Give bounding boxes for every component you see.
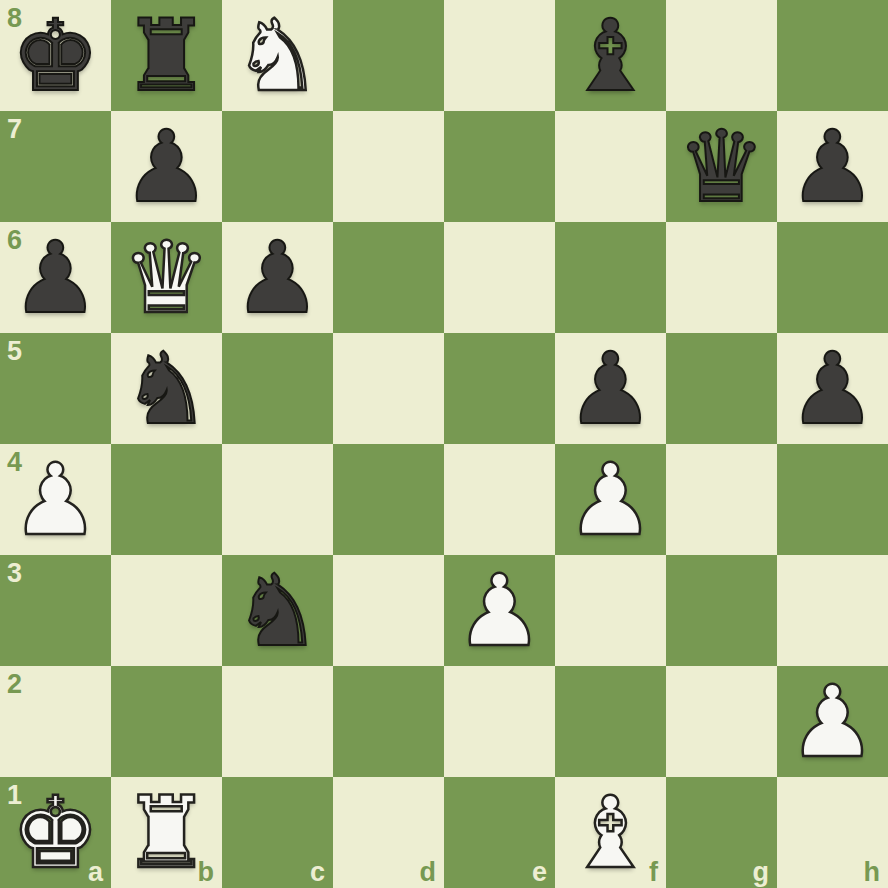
rank-label-2: 2 bbox=[7, 669, 22, 700]
square-f8[interactable]: ♝ bbox=[555, 0, 666, 111]
square-c1[interactable]: c bbox=[222, 777, 333, 888]
square-d1[interactable]: d bbox=[333, 777, 444, 888]
square-a2[interactable]: 2 bbox=[0, 666, 111, 777]
square-b3[interactable] bbox=[111, 555, 222, 666]
square-e2[interactable] bbox=[444, 666, 555, 777]
square-f3[interactable] bbox=[555, 555, 666, 666]
square-f4[interactable]: ♟ bbox=[555, 444, 666, 555]
piece-black-knight[interactable]: ♞ bbox=[222, 555, 333, 666]
piece-white-pawn[interactable]: ♟ bbox=[555, 444, 666, 555]
piece-black-rook[interactable]: ♜ bbox=[111, 0, 222, 111]
piece-black-pawn[interactable]: ♟ bbox=[111, 111, 222, 222]
square-f2[interactable] bbox=[555, 666, 666, 777]
square-h5[interactable]: ♟ bbox=[777, 333, 888, 444]
piece-white-knight[interactable]: ♞ bbox=[222, 0, 333, 111]
square-c8[interactable]: ♞ bbox=[222, 0, 333, 111]
square-g4[interactable] bbox=[666, 444, 777, 555]
square-e1[interactable]: e bbox=[444, 777, 555, 888]
square-c6[interactable]: ♟ bbox=[222, 222, 333, 333]
square-b2[interactable] bbox=[111, 666, 222, 777]
square-h3[interactable] bbox=[777, 555, 888, 666]
square-b1[interactable]: b♜ bbox=[111, 777, 222, 888]
square-a7[interactable]: 7 bbox=[0, 111, 111, 222]
piece-white-bishop[interactable]: ♝ bbox=[555, 777, 666, 888]
file-label-g: g bbox=[753, 857, 770, 888]
square-d7[interactable] bbox=[333, 111, 444, 222]
square-e6[interactable] bbox=[444, 222, 555, 333]
square-a4[interactable]: 4♟ bbox=[0, 444, 111, 555]
square-a8[interactable]: 8♚ bbox=[0, 0, 111, 111]
square-e5[interactable] bbox=[444, 333, 555, 444]
piece-white-queen[interactable]: ♛ bbox=[111, 222, 222, 333]
square-f1[interactable]: f♝ bbox=[555, 777, 666, 888]
square-e8[interactable] bbox=[444, 0, 555, 111]
square-c3[interactable]: ♞ bbox=[222, 555, 333, 666]
square-g3[interactable] bbox=[666, 555, 777, 666]
piece-white-pawn[interactable]: ♟ bbox=[444, 555, 555, 666]
square-h6[interactable] bbox=[777, 222, 888, 333]
rank-label-3: 3 bbox=[7, 558, 22, 589]
piece-black-knight[interactable]: ♞ bbox=[111, 333, 222, 444]
file-label-d: d bbox=[420, 857, 437, 888]
square-b5[interactable]: ♞ bbox=[111, 333, 222, 444]
piece-white-rook[interactable]: ♜ bbox=[111, 777, 222, 888]
piece-black-king[interactable]: ♚ bbox=[0, 0, 111, 111]
square-f5[interactable]: ♟ bbox=[555, 333, 666, 444]
square-g1[interactable]: g bbox=[666, 777, 777, 888]
square-c2[interactable] bbox=[222, 666, 333, 777]
piece-black-bishop[interactable]: ♝ bbox=[555, 0, 666, 111]
square-d6[interactable] bbox=[333, 222, 444, 333]
square-c5[interactable] bbox=[222, 333, 333, 444]
chess-board: 8♚♜♞♝7♟♛♟6♟♛♟5♞♟♟4♟♟3♞♟2♟1a♚b♜cdef♝gh bbox=[0, 0, 888, 888]
square-a1[interactable]: 1a♚ bbox=[0, 777, 111, 888]
piece-black-pawn[interactable]: ♟ bbox=[555, 333, 666, 444]
square-d3[interactable] bbox=[333, 555, 444, 666]
file-label-c: c bbox=[310, 857, 325, 888]
piece-black-pawn[interactable]: ♟ bbox=[222, 222, 333, 333]
square-h1[interactable]: h bbox=[777, 777, 888, 888]
square-h8[interactable] bbox=[777, 0, 888, 111]
square-b7[interactable]: ♟ bbox=[111, 111, 222, 222]
square-f7[interactable] bbox=[555, 111, 666, 222]
square-g6[interactable] bbox=[666, 222, 777, 333]
rank-label-5: 5 bbox=[7, 336, 22, 367]
file-label-h: h bbox=[864, 857, 881, 888]
piece-white-pawn[interactable]: ♟ bbox=[777, 666, 888, 777]
square-c7[interactable] bbox=[222, 111, 333, 222]
square-d5[interactable] bbox=[333, 333, 444, 444]
piece-black-pawn[interactable]: ♟ bbox=[777, 333, 888, 444]
square-b4[interactable] bbox=[111, 444, 222, 555]
square-g7[interactable]: ♛ bbox=[666, 111, 777, 222]
piece-white-pawn[interactable]: ♟ bbox=[0, 444, 111, 555]
square-f6[interactable] bbox=[555, 222, 666, 333]
piece-black-pawn[interactable]: ♟ bbox=[777, 111, 888, 222]
file-label-e: e bbox=[532, 857, 547, 888]
square-a3[interactable]: 3 bbox=[0, 555, 111, 666]
square-b8[interactable]: ♜ bbox=[111, 0, 222, 111]
square-d8[interactable] bbox=[333, 0, 444, 111]
square-d2[interactable] bbox=[333, 666, 444, 777]
square-b6[interactable]: ♛ bbox=[111, 222, 222, 333]
square-e4[interactable] bbox=[444, 444, 555, 555]
square-a5[interactable]: 5 bbox=[0, 333, 111, 444]
square-e3[interactable]: ♟ bbox=[444, 555, 555, 666]
square-g5[interactable] bbox=[666, 333, 777, 444]
square-h2[interactable]: ♟ bbox=[777, 666, 888, 777]
square-g2[interactable] bbox=[666, 666, 777, 777]
square-g8[interactable] bbox=[666, 0, 777, 111]
piece-black-pawn[interactable]: ♟ bbox=[0, 222, 111, 333]
square-e7[interactable] bbox=[444, 111, 555, 222]
square-a6[interactable]: 6♟ bbox=[0, 222, 111, 333]
piece-white-king[interactable]: ♚ bbox=[0, 777, 111, 888]
square-h4[interactable] bbox=[777, 444, 888, 555]
square-c4[interactable] bbox=[222, 444, 333, 555]
square-h7[interactable]: ♟ bbox=[777, 111, 888, 222]
rank-label-7: 7 bbox=[7, 114, 22, 145]
square-d4[interactable] bbox=[333, 444, 444, 555]
piece-black-queen[interactable]: ♛ bbox=[666, 111, 777, 222]
